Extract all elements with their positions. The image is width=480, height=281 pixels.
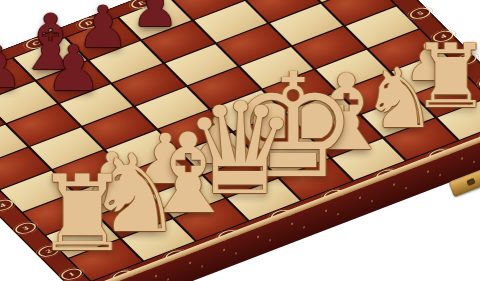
black-pawn-b8[interactable]: ♟ [0, 38, 26, 96]
white-rook-a2[interactable]: ♜ [30, 162, 135, 267]
black-pawn-e8[interactable]: ♟ [129, 0, 181, 34]
chess-set-photo: AA11BB22CC33DD44EE55FF66GG77HH88 ♟♝♟♟♟♟♜… [0, 0, 480, 281]
black-pawn-c7[interactable]: ♟ [42, 37, 105, 100]
